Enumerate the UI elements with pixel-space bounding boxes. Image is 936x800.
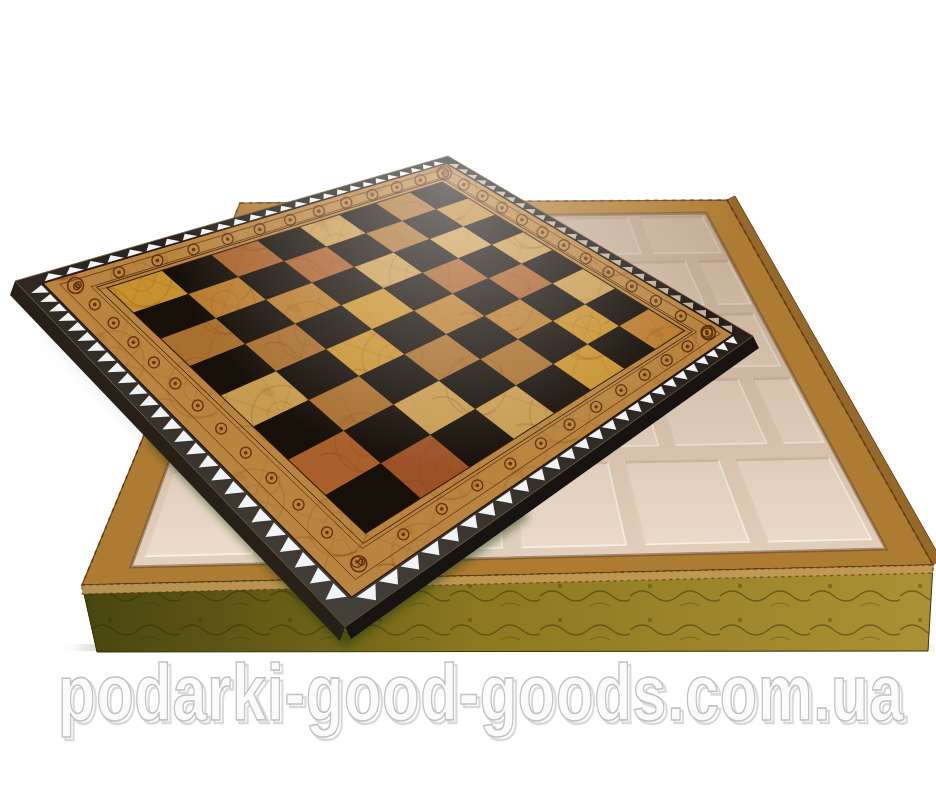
- scene-canvas: podarki-good-goods.com.ua podarki-good-g…: [0, 0, 936, 800]
- rosette-dot: [156, 259, 160, 263]
- rosette-dot: [440, 507, 444, 511]
- rosette-dot: [270, 476, 274, 480]
- rosette-dot: [93, 303, 97, 307]
- rosette-dot: [112, 321, 116, 325]
- rosette-dot: [355, 560, 359, 564]
- watermark: podarki-good-goods.com.ua: [58, 648, 904, 737]
- rosette-dot: [325, 531, 329, 535]
- rosette-dot: [117, 270, 121, 274]
- rosette-dot: [401, 533, 405, 537]
- rosette-dot: [132, 340, 136, 344]
- rosette-dot: [196, 404, 200, 408]
- rosette-dot: [152, 361, 156, 365]
- rosette-dot: [705, 330, 709, 334]
- rosette-dot: [244, 451, 248, 455]
- product-photo: podarki-good-goods.com.ua podarki-good-g…: [0, 0, 936, 800]
- rosette-dot: [173, 382, 177, 386]
- generated-scene: [10, 0, 936, 652]
- rosette-dot: [219, 427, 223, 431]
- rosette-dot: [475, 484, 479, 488]
- rosette-dot: [297, 503, 301, 507]
- rosette-dot: [76, 286, 78, 288]
